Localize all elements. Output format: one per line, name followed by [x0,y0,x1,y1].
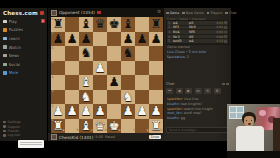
white-pawn[interactable]: ♟ [150,105,161,118]
bottom-player-bar: ChessKid (1401) 5:00 Rated Draw [48,133,164,141]
chat-text: dxc6 now? [184,111,202,115]
square-f8[interactable]: ♝ [121,17,135,32]
new-game-icon [182,12,185,15]
square-a8[interactable]: 8♜ [51,17,65,32]
white-pawn[interactable]: ♟ [136,105,147,118]
notification-badge: 1 [41,19,45,23]
support-icon [3,125,6,128]
last-move-icon[interactable]: ⏭ [195,88,202,94]
move-options-icon[interactable] [224,40,227,43]
sidebar-item-label: Puzzles [9,27,24,32]
square-d3[interactable] [93,90,107,105]
tab-new-game[interactable]: New Game [182,11,204,15]
white-pawn[interactable]: ♟ [66,105,77,118]
news-icon [3,54,7,58]
square-c3[interactable]: ♞ [79,90,93,105]
square-h4[interactable] [149,75,163,90]
black-move[interactable]: Nc6 [189,25,205,29]
square-c6[interactable]: ♞ [79,46,93,61]
square-h5[interactable] [149,61,163,76]
sidebar-item-label: More [9,70,19,75]
tab-label: New Game [186,11,204,15]
move-options-icon[interactable] [224,31,227,34]
white-move[interactable]: exd5 [173,39,189,43]
sidebar-menu: Play1PuzzlesLearnWatchNewsSocialMore [0,17,48,77]
players-icon [207,12,210,15]
chess-board: 8♜♝♛♚♝♜7♟♟♟♟♟♟6♞♞5♟4♝♟3♞♞2♟♟♟♟♟♟♟1a♜bc♝d… [51,17,163,133]
square-d4[interactable] [93,75,107,90]
tab-players[interactable]: Players [207,11,222,15]
top-player-name: Opponent (1354) [59,10,95,15]
flip-board-icon[interactable]: ⟲ [204,88,211,94]
white-knight[interactable]: ♞ [80,91,91,104]
square-e8[interactable]: ♚ [107,17,121,32]
black-pawn[interactable]: ♟ [66,33,77,46]
black-bishop[interactable]: ♝ [122,18,133,31]
square-f1[interactable]: f [121,119,135,134]
square-b3[interactable] [65,90,79,105]
square-b4[interactable] [65,75,79,90]
settings-icon [3,121,6,124]
game-type-label: Rated [105,135,115,139]
square-a6[interactable]: 6 [51,46,65,61]
game-controls: ⏮◀▶⏭⟲⚙ [166,88,221,94]
chat-username[interactable]: spect8or: [167,107,184,111]
square-c1[interactable]: c♝ [79,119,93,134]
square-g6[interactable] [135,46,149,61]
square-b1[interactable]: b [65,119,79,134]
square-c2[interactable]: ♟ [79,104,93,119]
move-options-icon[interactable] [224,26,227,29]
white-pawn[interactable]: ♟ [122,105,133,118]
first-move-icon[interactable]: ⏮ [166,88,173,94]
right-panel: GameNew GamePlayersChat 5 min • Rated • … [164,8,231,141]
move-time: 0:08 [216,35,223,39]
square-c5[interactable] [79,61,93,76]
prev-move-icon[interactable]: ◀ [176,88,183,94]
sidebar-item-label: Play [9,19,17,24]
chat-text: two knights! [181,102,202,106]
square-f5[interactable] [121,61,135,76]
white-move[interactable]: Nc3 [173,35,189,39]
white-bishop[interactable]: ♝ [80,76,91,89]
move-options-icon[interactable] [224,21,227,24]
friends-icon [3,130,6,133]
white-move[interactable]: e4 [173,21,189,25]
learn-icon [3,37,7,41]
black-pawn[interactable]: ♟ [80,33,91,46]
square-a3[interactable]: 3 [51,90,65,105]
rank-label: 8 [52,18,54,21]
tab-label: Chat [229,11,237,15]
black-move[interactable]: e5 [189,21,205,25]
chat-text: gg [181,116,185,120]
square-h6[interactable] [149,46,163,61]
square-h1[interactable]: h♜ [149,119,163,134]
rank-label: 3 [52,90,54,93]
square-g8[interactable] [135,17,149,32]
play-icon[interactable]: ▶ [185,88,192,94]
white-pawn[interactable]: ♟ [94,62,105,75]
square-b5[interactable] [65,61,79,76]
chat-username[interactable]: bluefin: [167,116,181,120]
stream-frame: Chess.com Play1PuzzlesLearnWatchNewsSoci… [0,0,280,158]
black-move[interactable]: Nf6 [189,30,205,34]
square-e3[interactable] [107,90,121,105]
eye [251,120,252,121]
square-c7[interactable]: ♟ [79,32,93,47]
avatar [51,134,57,140]
square-e5[interactable] [107,61,121,76]
white-move[interactable]: Nf3 [173,25,189,29]
square-c4[interactable]: ♝ [79,75,93,90]
rank-label: 1 [52,119,54,122]
play-icon [3,20,7,24]
chat-input[interactable] [169,128,227,132]
white-pawn[interactable]: ♟ [94,105,105,118]
square-e2[interactable] [107,104,121,119]
logo-row[interactable]: Chess.com [3,9,47,16]
black-knight[interactable]: ♞ [80,47,91,60]
move-time: 0:01 [216,21,223,25]
rank-label: 2 [52,105,54,108]
clock-value: 5:00 [95,135,103,139]
site-logo[interactable]: Chess.com [3,10,38,16]
black-queen[interactable]: ♛ [94,18,105,31]
square-h3[interactable] [149,90,163,105]
chat-title: Chat [166,82,174,86]
chat-header: Chat [166,82,229,86]
white-pawn[interactable]: ♟ [80,105,91,118]
move-options-icon[interactable] [224,35,227,38]
sidebar-item-label: News [9,53,20,58]
sidebar-item-label: Social [9,62,21,67]
chat-input-wrap [166,127,229,133]
chat-username[interactable]: rook_fan: [167,111,184,115]
sidebar-footer-label: Log Out [8,133,21,137]
chat-header-icons [222,83,229,86]
square-a4[interactable]: 4 [51,75,65,90]
square-c8[interactable]: ♝ [79,17,93,32]
black-pawn[interactable]: ♟ [108,76,119,89]
black-knight[interactable]: ♞ [122,47,133,60]
square-b2[interactable]: ♟ [65,104,79,119]
chat-text: watch the knight [184,107,213,111]
square-g2[interactable]: ♟ [135,104,149,119]
puzzles-icon [3,28,7,32]
square-g5[interactable] [135,61,149,76]
social-icon [3,63,7,67]
square-d7[interactable] [93,32,107,47]
chat-message: bluefin: gg [167,116,228,121]
chat-settings-icon[interactable] [226,83,229,86]
square-d8[interactable]: ♛ [93,17,107,32]
black-pawn[interactable]: ♟ [122,33,133,46]
black-rook[interactable]: ♜ [150,18,161,31]
tooltip-popup [18,140,44,148]
square-a7[interactable]: 7♟ [51,32,65,47]
square-b6[interactable] [65,46,79,61]
sidebar-item-label: Learn [9,36,20,41]
square-b7[interactable]: ♟ [65,32,79,47]
avatar [51,10,57,16]
tab-game[interactable]: Game [166,11,179,15]
sidebar-footer-label: Settings [8,120,21,124]
chat-menu-icon[interactable] [222,83,225,86]
sidebar-item-more[interactable]: More [0,69,48,78]
black-king[interactable]: ♚ [108,18,119,31]
sidebar-footer-label: Friends [8,129,19,133]
move-list: 1.e4e50:012.Nf3Nc60:033.Bc4Nf60:054.Nc3d… [166,20,229,45]
chat-text: nice line [184,97,198,101]
square-a2[interactable]: 2♟ [51,104,65,119]
panel-tabs: GameNew GamePlayersChat [166,11,237,15]
desk [227,151,280,158]
move-time: 0:12 [216,39,223,43]
sidebar-item-learn[interactable]: Learn [0,34,48,43]
sidebar-item-news[interactable]: News [0,51,48,60]
square-h7[interactable]: ♟ [149,32,163,47]
black-move[interactable]: d5 [189,35,205,39]
square-h2[interactable]: ♟ [149,104,163,119]
gear-icon[interactable]: ⚙ [157,10,161,15]
square-g4[interactable] [135,75,149,90]
move-time: 0:03 [216,25,223,29]
square-f2[interactable]: ♟ [121,104,135,119]
rank-label: 7 [52,32,54,35]
flag-icon [97,11,101,14]
face [244,116,254,126]
rank-label: 4 [52,76,54,79]
bottom-player-name: ChessKid (1401) [59,135,93,140]
rank-label: 5 [52,61,54,64]
sidebar: Chess.com Play1PuzzlesLearnWatchNewsSoci… [0,8,48,141]
top-player-bar: Opponent (1354) ⚙ [48,8,164,17]
sidebar-item-watch[interactable]: Watch [0,43,48,52]
tab-label: Game [170,11,180,15]
log out-icon [3,134,6,137]
black-move[interactable]: e4 [189,39,205,43]
square-d2[interactable]: ♟ [93,104,107,119]
sidebar-footer-log-out[interactable]: Log Out [0,133,48,137]
game-icon [166,12,169,15]
more-icon [3,71,7,75]
sidebar-item-puzzles[interactable]: Puzzles [0,26,48,35]
sidebar-footer: SettingsSupportFriendsLog Out [0,120,48,138]
square-f4[interactable] [121,75,135,90]
square-g1[interactable]: g [135,119,149,134]
square-b8[interactable] [65,17,79,32]
game-notes: Game startedLive Chess • 5 min blitzSpec… [167,45,228,60]
black-rook[interactable]: ♜ [52,18,63,31]
rank-label: 6 [52,47,54,50]
white-move[interactable]: Bc4 [173,30,189,34]
sidebar-item-label: Watch [9,45,21,50]
chat-messages: spect8or: nice linebluefin: two knights!… [167,97,228,121]
square-a1[interactable]: 1a♜ [51,119,65,134]
square-d6[interactable] [93,46,107,61]
square-f3[interactable]: ♞ [121,90,135,105]
square-d1[interactable]: d♛ [93,119,107,134]
tab-chat[interactable]: Chat [225,11,236,15]
settings-icon[interactable]: ⚙ [214,88,221,94]
white-knight[interactable]: ♞ [122,91,133,104]
square-e6[interactable] [107,46,121,61]
square-h8[interactable]: ♜ [149,17,163,32]
square-e1[interactable]: e♚ [107,119,121,134]
square-d5[interactable]: ♟ [93,61,107,76]
black-pawn[interactable]: ♟ [52,33,63,46]
move-time: 0:05 [216,30,223,34]
square-f7[interactable]: ♟ [121,32,135,47]
chat-username[interactable]: bluefin: [167,102,181,106]
mouth [248,123,251,125]
square-g3[interactable] [135,90,149,105]
note-line: Spectators: 2 [167,55,228,60]
square-e4[interactable]: ♟ [107,75,121,90]
move-row[interactable]: 5.exd5e40:12 [167,39,228,44]
square-a5[interactable]: 5 [51,61,65,76]
black-pawn[interactable]: ♟ [150,33,161,46]
notification-dot-icon [40,11,44,15]
watch-icon [3,45,7,49]
chat-username[interactable]: spect8or: [167,97,184,101]
sidebar-item-play[interactable]: Play1 [0,17,48,26]
webcam-overlay [227,104,280,158]
tooltip-text-line [20,144,42,145]
tooltip-text-line [20,142,42,143]
black-pawn[interactable]: ♟ [136,33,147,46]
draw-button[interactable]: Draw [149,135,161,140]
chat-icon [225,12,228,15]
shirt [236,126,264,152]
chess-site: Chess.com Play1PuzzlesLearnWatchNewsSoci… [0,8,231,141]
sidebar-footer-label: Support [8,125,21,129]
square-g7[interactable]: ♟ [135,32,149,47]
sidebar-item-social[interactable]: Social [0,60,48,69]
square-e7[interactable] [107,32,121,47]
eye [246,120,247,121]
black-bishop[interactable]: ♝ [80,18,91,31]
tab-label: Players [210,11,222,15]
square-f6[interactable]: ♞ [121,46,135,61]
white-pawn[interactable]: ♟ [52,105,63,118]
